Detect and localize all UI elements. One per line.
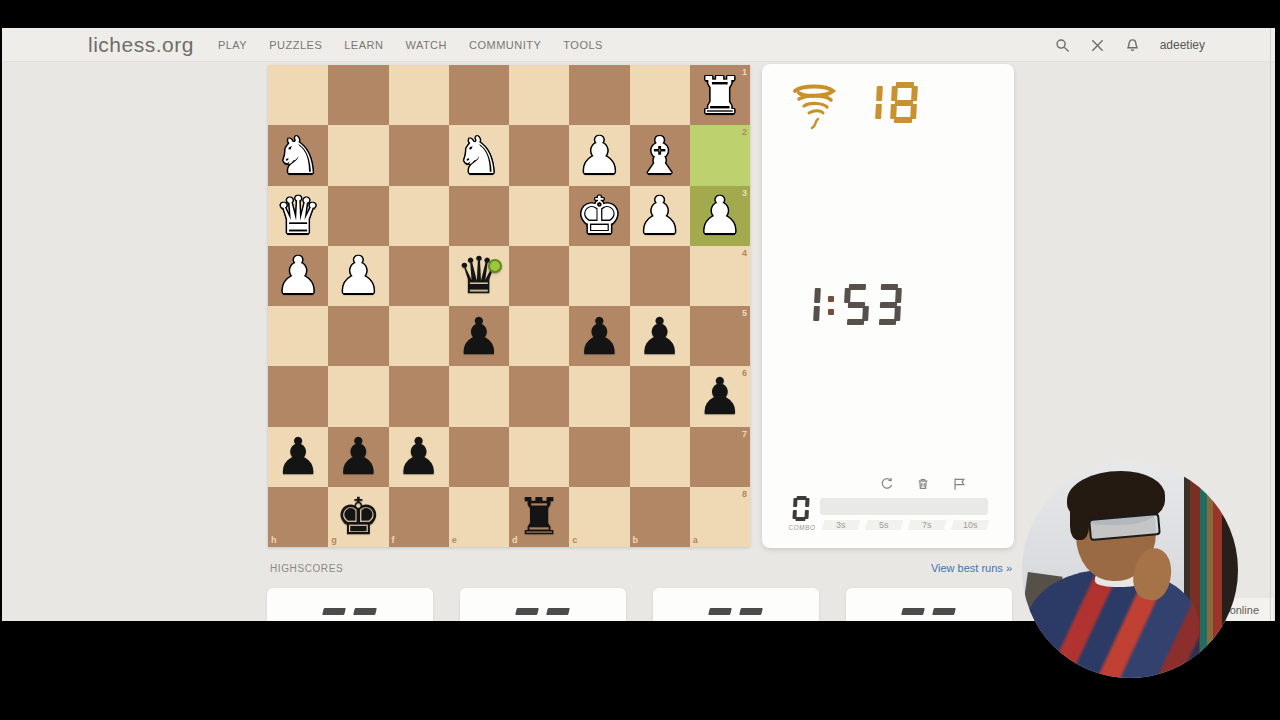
- black-pawn-e5: ♟: [456, 311, 502, 362]
- square-f1[interactable]: [389, 65, 449, 125]
- file-label-e: e: [452, 535, 457, 545]
- square-c2[interactable]: ♟: [569, 125, 629, 185]
- digit-top-segment: [515, 608, 539, 615]
- file-label-g: g: [331, 535, 337, 545]
- black-pawn-h7: ♟: [275, 431, 321, 482]
- storm-score: [856, 82, 917, 123]
- square-d7[interactable]: [509, 427, 569, 487]
- nav-item-tools[interactable]: TOOLS: [563, 39, 603, 51]
- square-d2[interactable]: [509, 125, 569, 185]
- square-f7[interactable]: ♟: [389, 427, 449, 487]
- square-f8[interactable]: f: [389, 487, 449, 547]
- square-g5[interactable]: [328, 306, 388, 366]
- black-pawn-f7: ♟: [396, 431, 442, 482]
- square-e7[interactable]: [449, 427, 509, 487]
- square-c4[interactable]: [569, 246, 629, 306]
- square-c1[interactable]: [569, 65, 629, 125]
- square-g7[interactable]: ♟: [328, 427, 388, 487]
- square-d8[interactable]: ♜d: [509, 487, 569, 547]
- square-e4[interactable]: ♛: [449, 246, 509, 306]
- file-label-h: h: [271, 535, 277, 545]
- digit-top-segment: [739, 608, 763, 615]
- square-b8[interactable]: b: [630, 487, 690, 547]
- bell-icon[interactable]: [1125, 38, 1140, 53]
- rank-label-7: 7: [742, 429, 747, 439]
- white-knight-h2: ♞: [275, 130, 321, 181]
- letterbox-right-edge: [1275, 0, 1280, 720]
- rank-label-6: 6: [742, 368, 747, 378]
- search-icon[interactable]: [1055, 38, 1070, 53]
- square-e5[interactable]: ♟: [449, 306, 509, 366]
- rank-label-2: 2: [742, 127, 747, 137]
- digit-top-segment: [708, 608, 732, 615]
- rank-label-8: 8: [742, 489, 747, 499]
- digit-top-segment: [901, 608, 925, 615]
- combo-count: [793, 496, 809, 521]
- square-b5[interactable]: ♟: [630, 306, 690, 366]
- square-g6[interactable]: [328, 366, 388, 426]
- combo-label: COMBO: [788, 524, 816, 531]
- white-king-c3: ♚: [577, 190, 623, 241]
- video-frame: lichess.org PLAYPUZZLESLEARNWATCHCOMMUNI…: [0, 0, 1280, 720]
- square-b4[interactable]: [630, 246, 690, 306]
- bonus-tick-5s: 5s: [863, 519, 905, 531]
- square-e8[interactable]: e: [449, 487, 509, 547]
- square-c8[interactable]: c: [569, 487, 629, 547]
- square-d4[interactable]: [509, 246, 569, 306]
- square-f2[interactable]: [389, 125, 449, 185]
- file-label-c: c: [572, 535, 577, 545]
- square-e6[interactable]: [449, 366, 509, 426]
- file-label-d: d: [512, 535, 518, 545]
- square-e3[interactable]: [449, 186, 509, 246]
- square-d3[interactable]: [509, 186, 569, 246]
- square-h8[interactable]: h: [268, 487, 328, 547]
- black-pawn-a6: ♟: [697, 371, 743, 422]
- correct-move-marker: [488, 259, 502, 273]
- square-f4[interactable]: [389, 246, 449, 306]
- letterbox-left-edge: [0, 0, 2, 720]
- bonus-tick-10s: 10s: [949, 519, 991, 531]
- person-sideburn: [1070, 505, 1089, 540]
- scrollbar[interactable]: [1270, 28, 1271, 621]
- square-c6[interactable]: [569, 366, 629, 426]
- square-b2[interactable]: ♝: [630, 125, 690, 185]
- square-f6[interactable]: [389, 366, 449, 426]
- nav-item-puzzles[interactable]: PUZZLES: [269, 39, 322, 51]
- white-pawn-c2: ♟: [577, 130, 623, 181]
- letterbox-top: [0, 0, 1280, 28]
- square-h2[interactable]: ♞: [268, 125, 328, 185]
- square-b6[interactable]: [630, 366, 690, 426]
- chess-board: ♜1♞♞♟♝2♛♚♟♟3♟♟♛4♟♟♟5♟6♟♟♟7h♚gfe♜dcba8: [268, 65, 750, 547]
- black-pawn-g7: ♟: [336, 431, 382, 482]
- trash-icon[interactable]: [916, 477, 930, 491]
- square-a8[interactable]: a8: [690, 487, 750, 547]
- digit-top-segment: [353, 608, 377, 615]
- square-h5[interactable]: [268, 306, 328, 366]
- file-label-f: f: [392, 535, 395, 545]
- highscore-card-2: [460, 588, 626, 621]
- square-g2[interactable]: [328, 125, 388, 185]
- square-d1[interactable]: [509, 65, 569, 125]
- digit-top-segment: [546, 608, 570, 615]
- square-h6[interactable]: [268, 366, 328, 426]
- rank-label-5: 5: [742, 308, 747, 318]
- nav-item-community[interactable]: COMMUNITY: [469, 39, 541, 51]
- combo-progress-bar: [820, 498, 988, 515]
- nav-right: adeetiey: [1055, 28, 1205, 62]
- highscore-cards: [267, 588, 1012, 621]
- rank-label-3: 3: [742, 188, 747, 198]
- black-pawn-c5: ♟: [577, 311, 623, 362]
- square-h7[interactable]: ♟: [268, 427, 328, 487]
- white-pawn-h4: ♟: [275, 250, 321, 301]
- new-run-reload-icon[interactable]: [880, 477, 894, 491]
- square-g8[interactable]: ♚g: [328, 487, 388, 547]
- combo-bonus-ticks: 3s5s7s10s: [822, 519, 989, 531]
- square-a4[interactable]: 4: [690, 246, 750, 306]
- square-b1[interactable]: [630, 65, 690, 125]
- square-f3[interactable]: [389, 186, 449, 246]
- white-knight-e2: ♞: [456, 130, 502, 181]
- highscore-card-4: [846, 588, 1012, 621]
- square-a3[interactable]: ♟3: [690, 186, 750, 246]
- webcam-overlay: [1022, 462, 1238, 678]
- nav-menu: PLAYPUZZLESLEARNWATCHCOMMUNITYTOOLS: [218, 39, 603, 51]
- square-c5[interactable]: ♟: [569, 306, 629, 366]
- black-rook-d8: ♜: [516, 491, 562, 542]
- top-nav: lichess.org PLAYPUZZLESLEARNWATCHCOMMUNI…: [2, 28, 1275, 62]
- square-b3[interactable]: ♟: [630, 186, 690, 246]
- username[interactable]: adeetiey: [1160, 38, 1205, 52]
- bonus-tick-7s: 7s: [906, 519, 948, 531]
- lichess-logo[interactable]: lichess.org: [88, 33, 194, 57]
- flag-icon[interactable]: [952, 477, 966, 491]
- rank-label-1: 1: [742, 67, 747, 77]
- white-rook-a1: ♜: [697, 70, 743, 121]
- bonus-tick-3s: 3s: [820, 519, 862, 531]
- square-g1[interactable]: [328, 65, 388, 125]
- timer-display: [795, 284, 901, 325]
- square-f5[interactable]: [389, 306, 449, 366]
- square-g3[interactable]: [328, 186, 388, 246]
- storm-panel: COMBO 3s5s7s10s: [762, 64, 1014, 548]
- highscores-title: HIGHSCORES: [270, 563, 343, 574]
- square-a7[interactable]: 7: [690, 427, 750, 487]
- square-c7[interactable]: [569, 427, 629, 487]
- storm-header: [790, 82, 917, 132]
- nav-item-play[interactable]: PLAY: [218, 39, 247, 51]
- square-h1[interactable]: [268, 65, 328, 125]
- highscore-card-3: [653, 588, 819, 621]
- square-e1[interactable]: [449, 65, 509, 125]
- square-a5[interactable]: 5: [690, 306, 750, 366]
- square-c3[interactable]: ♚: [569, 186, 629, 246]
- square-e2[interactable]: ♞: [449, 125, 509, 185]
- file-label-b: b: [633, 535, 639, 545]
- storm-tornado-icon: [790, 82, 838, 132]
- square-a1[interactable]: ♜1: [690, 65, 750, 125]
- digit-top-segment: [322, 608, 346, 615]
- view-best-runs-link[interactable]: View best runs »: [931, 562, 1012, 574]
- digit-top-segment: [932, 608, 956, 615]
- white-queen-h3: ♛: [275, 190, 321, 241]
- white-pawn-g4: ♟: [336, 250, 382, 301]
- black-pawn-b5: ♟: [637, 311, 683, 362]
- square-b7[interactable]: [630, 427, 690, 487]
- square-d5[interactable]: [509, 306, 569, 366]
- square-h4[interactable]: ♟: [268, 246, 328, 306]
- square-h3[interactable]: ♛: [268, 186, 328, 246]
- square-a2[interactable]: 2: [690, 125, 750, 185]
- white-pawn-a3: ♟: [697, 190, 743, 241]
- crossed-swords-icon[interactable]: [1090, 38, 1105, 53]
- square-a6[interactable]: ♟6: [690, 366, 750, 426]
- highscore-card-1: [267, 588, 433, 621]
- black-king-g8: ♚: [336, 491, 382, 542]
- square-g4[interactable]: ♟: [328, 246, 388, 306]
- storm-actions: [880, 477, 966, 491]
- nav-item-watch[interactable]: WATCH: [405, 39, 447, 51]
- white-pawn-b3: ♟: [637, 190, 683, 241]
- white-bishop-b2: ♝: [637, 130, 683, 181]
- rank-label-4: 4: [742, 248, 747, 258]
- nav-item-learn[interactable]: LEARN: [344, 39, 383, 51]
- square-d6[interactable]: [509, 366, 569, 426]
- file-label-a: a: [693, 535, 698, 545]
